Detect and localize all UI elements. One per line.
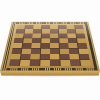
square-d2[interactable] — [40, 54, 50, 60]
square-d3[interactable] — [41, 49, 50, 54]
board-squares-grid[interactable] — [9, 25, 91, 66]
square-f1[interactable] — [60, 60, 70, 66]
square-c3[interactable] — [31, 49, 41, 54]
square-c2[interactable] — [30, 54, 40, 60]
square-b1[interactable] — [19, 60, 29, 66]
square-d1[interactable] — [40, 60, 50, 66]
square-a4[interactable] — [13, 43, 23, 48]
square-a1[interactable] — [9, 60, 20, 66]
square-f2[interactable] — [60, 54, 70, 60]
square-e3[interactable] — [50, 49, 59, 54]
square-e1[interactable] — [50, 60, 60, 66]
screenshot-canvas — [0, 0, 100, 100]
square-f3[interactable] — [60, 49, 70, 54]
square-c1[interactable] — [30, 60, 40, 66]
chessboard — [0, 22, 100, 71]
square-h4[interactable] — [78, 43, 88, 48]
square-h3[interactable] — [79, 49, 89, 54]
square-b2[interactable] — [20, 54, 30, 60]
square-e4[interactable] — [50, 43, 59, 48]
square-g3[interactable] — [69, 49, 79, 54]
square-c4[interactable] — [31, 43, 40, 48]
board-gold-frame — [6, 24, 95, 68]
square-g4[interactable] — [69, 43, 78, 48]
square-g2[interactable] — [70, 54, 80, 60]
square-e2[interactable] — [50, 54, 60, 60]
square-a2[interactable] — [10, 54, 20, 60]
square-b4[interactable] — [22, 43, 31, 48]
board-shadow — [2, 75, 98, 78]
decorative-border-band — [1, 22, 99, 70]
square-d4[interactable] — [41, 43, 50, 48]
board-outer-rim — [0, 22, 100, 71]
square-f4[interactable] — [59, 43, 68, 48]
square-b3[interactable] — [21, 49, 31, 54]
square-h1[interactable] — [80, 60, 91, 66]
square-a3[interactable] — [11, 49, 21, 54]
square-h2[interactable] — [79, 54, 89, 60]
square-g1[interactable] — [70, 60, 80, 66]
